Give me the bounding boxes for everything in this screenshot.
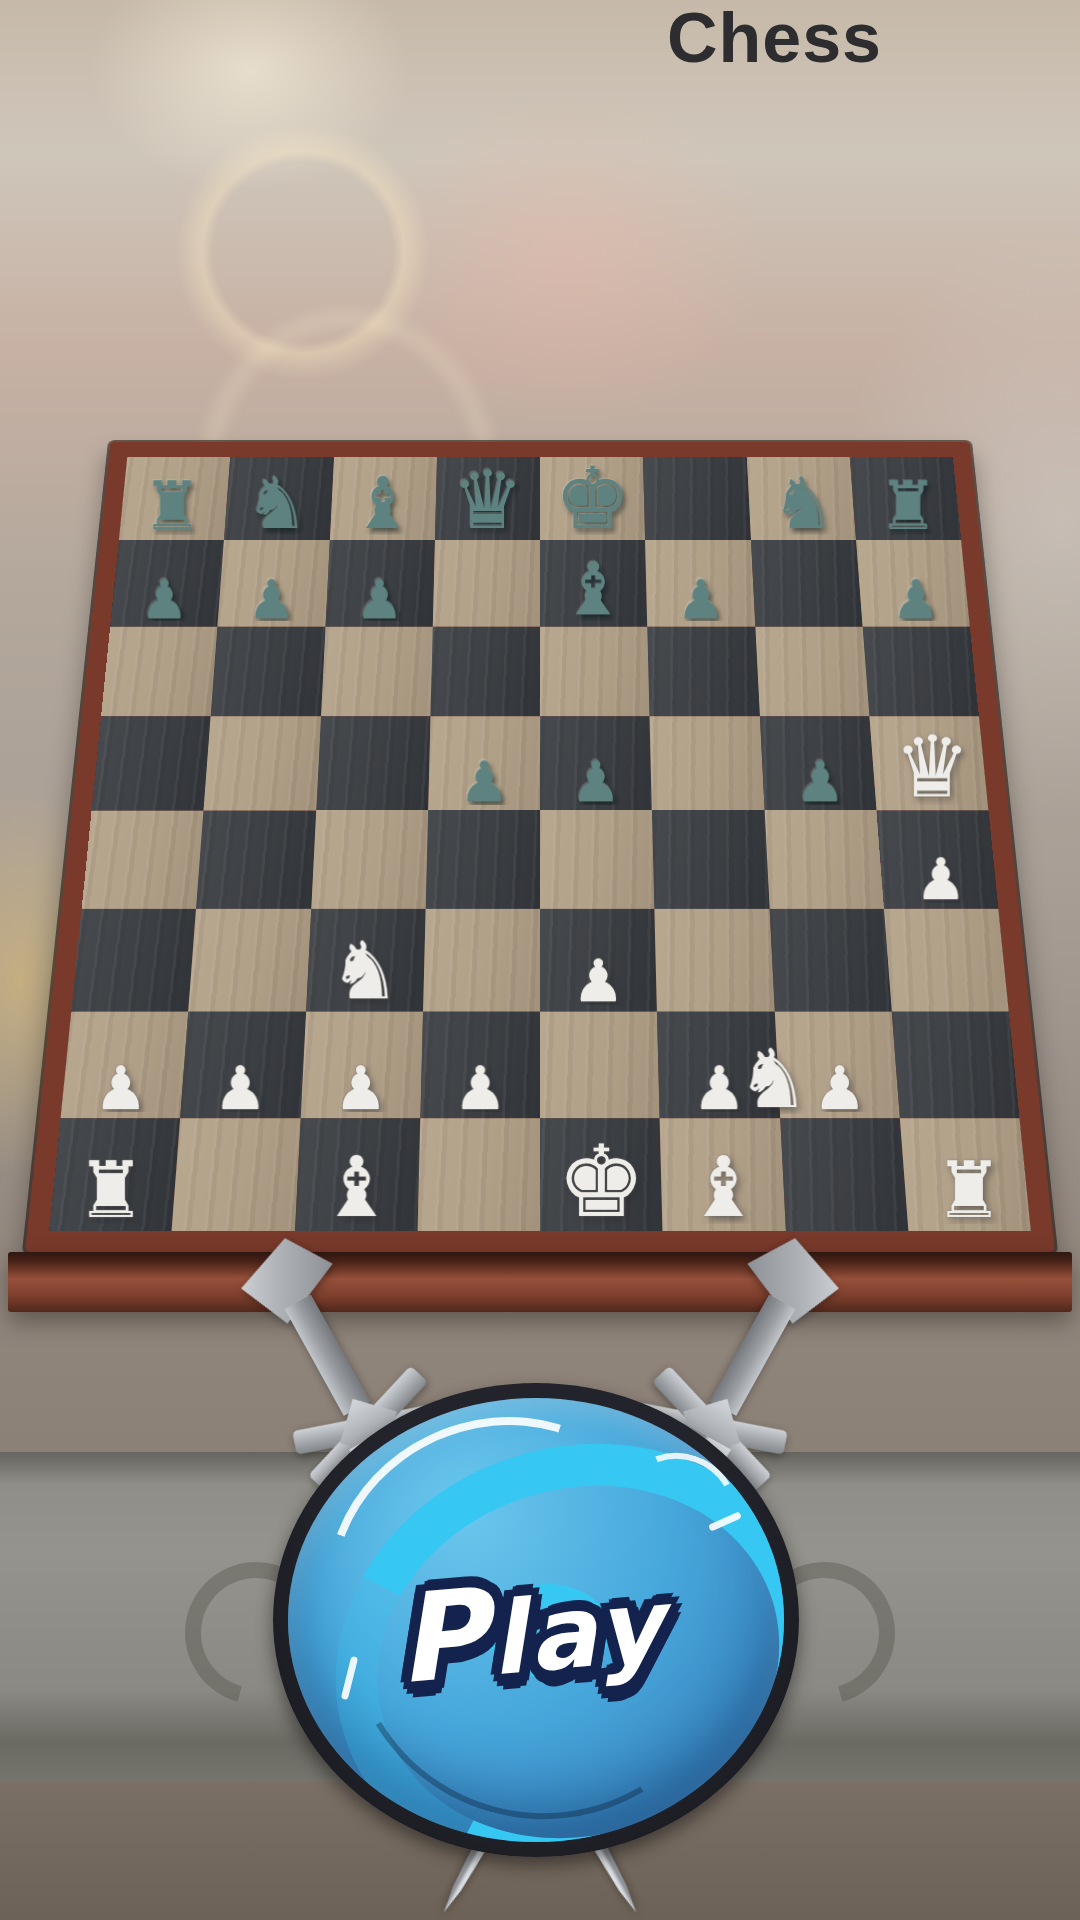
square-c7: ♟ bbox=[325, 540, 435, 626]
chess-board-grid: ♜♞♝♛♚♞♜♟♟♟♝♟♟♟♟♟♛♟♞♟♞♟♟♟♟♟♟♜♝♚♝♜ bbox=[49, 457, 1031, 1231]
square-a7: ♟ bbox=[110, 540, 224, 626]
square-c6 bbox=[321, 626, 433, 716]
square-e4 bbox=[540, 810, 655, 908]
square-e7: ♝ bbox=[540, 540, 647, 626]
app-title: Chess bbox=[667, 2, 882, 76]
square-f7: ♟ bbox=[645, 540, 755, 626]
square-h4: ♟ bbox=[876, 810, 998, 908]
chess-app-screen: Chess ♜♞♝♛♚♞♜♟♟♟♝♟♟♟♟♟♛♟♞♟♞♟♟♟♟♟♟♜♝♚♝♜ bbox=[0, 0, 1080, 1920]
white-pawn: ♟ bbox=[61, 1002, 181, 1119]
square-a6 bbox=[101, 626, 218, 716]
white-pawn: ♟ bbox=[779, 1002, 899, 1119]
square-g8: ♞ bbox=[746, 457, 855, 540]
black-knight: ♞ bbox=[225, 438, 330, 541]
square-e3: ♟ bbox=[540, 909, 657, 1012]
square-c4 bbox=[311, 810, 428, 908]
black-king: ♚ bbox=[540, 438, 645, 541]
black-knight: ♞ bbox=[750, 438, 855, 541]
square-d3 bbox=[423, 909, 540, 1012]
square-d4 bbox=[425, 810, 540, 908]
square-b1 bbox=[172, 1119, 300, 1231]
square-e8: ♚ bbox=[540, 457, 645, 540]
square-h3 bbox=[884, 909, 1009, 1012]
square-b5 bbox=[204, 716, 321, 810]
square-e5: ♟ bbox=[540, 716, 652, 810]
white-rook: ♜ bbox=[50, 1111, 173, 1231]
white-pawn: ♟ bbox=[883, 797, 997, 909]
square-f4 bbox=[652, 810, 769, 908]
square-b2: ♟ bbox=[180, 1011, 305, 1118]
square-b8: ♞ bbox=[224, 457, 333, 540]
square-d8: ♛ bbox=[435, 457, 540, 540]
black-queen: ♛ bbox=[435, 438, 540, 541]
square-b4 bbox=[196, 810, 316, 908]
white-knight: ♞ bbox=[306, 897, 423, 1012]
square-f1: ♝ bbox=[660, 1119, 786, 1231]
square-g4 bbox=[764, 810, 884, 908]
square-d5: ♟ bbox=[428, 716, 540, 810]
white-pawn: ♟ bbox=[660, 1002, 780, 1119]
black-bishop: ♝ bbox=[330, 438, 435, 541]
white-queen: ♛ bbox=[876, 702, 988, 812]
square-g6 bbox=[755, 626, 869, 716]
square-h5: ♛ bbox=[869, 716, 988, 810]
square-b7: ♟ bbox=[218, 540, 330, 626]
square-e1: ♚ bbox=[540, 1119, 663, 1231]
white-pawn: ♟ bbox=[540, 897, 657, 1012]
square-f6 bbox=[647, 626, 759, 716]
square-d2: ♟ bbox=[420, 1011, 540, 1118]
square-g3 bbox=[769, 909, 891, 1012]
square-d6 bbox=[430, 626, 540, 716]
white-pawn: ♟ bbox=[420, 1002, 540, 1119]
square-h1: ♜ bbox=[900, 1119, 1031, 1231]
square-c3: ♞ bbox=[306, 909, 426, 1012]
square-a5 bbox=[92, 716, 211, 810]
white-bishop: ♝ bbox=[663, 1111, 786, 1231]
square-a8: ♜ bbox=[119, 457, 231, 540]
white-king: ♚ bbox=[540, 1111, 663, 1231]
square-f3: ♞ bbox=[655, 909, 775, 1012]
square-d7 bbox=[433, 540, 540, 626]
square-d1 bbox=[417, 1119, 540, 1231]
white-pawn: ♟ bbox=[181, 1002, 301, 1119]
square-c2: ♟ bbox=[300, 1011, 423, 1118]
square-g1 bbox=[780, 1119, 908, 1231]
black-pawn: ♟ bbox=[764, 702, 876, 812]
square-b3 bbox=[188, 909, 310, 1012]
board-front-edge bbox=[8, 1252, 1072, 1312]
chess-board: ♜♞♝♛♚♞♜♟♟♟♝♟♟♟♟♟♛♟♞♟♞♟♟♟♟♟♟♜♝♚♝♜ bbox=[25, 442, 1055, 1252]
square-b6 bbox=[211, 626, 325, 716]
white-rook: ♜ bbox=[908, 1111, 1031, 1231]
square-h8: ♜ bbox=[850, 457, 962, 540]
square-a3 bbox=[71, 909, 196, 1012]
play-button[interactable]: Play bbox=[273, 1383, 799, 1857]
square-c8: ♝ bbox=[329, 457, 436, 540]
black-rook: ♜ bbox=[855, 438, 960, 541]
square-e6 bbox=[540, 626, 650, 716]
square-e2 bbox=[540, 1011, 660, 1118]
square-f8 bbox=[643, 457, 750, 540]
square-c5 bbox=[316, 716, 430, 810]
square-a4 bbox=[82, 810, 204, 908]
square-h2 bbox=[892, 1011, 1020, 1118]
square-g7 bbox=[751, 540, 863, 626]
white-bishop: ♝ bbox=[295, 1111, 418, 1231]
square-c1: ♝ bbox=[295, 1119, 421, 1231]
square-a2: ♟ bbox=[60, 1011, 188, 1118]
black-pawn: ♟ bbox=[540, 702, 652, 812]
black-pawn: ♟ bbox=[428, 702, 540, 812]
square-f5 bbox=[650, 716, 764, 810]
square-g5: ♟ bbox=[759, 716, 876, 810]
square-h6 bbox=[862, 626, 979, 716]
square-f2: ♟ bbox=[657, 1011, 780, 1118]
square-h7: ♟ bbox=[856, 540, 970, 626]
square-a1: ♜ bbox=[49, 1119, 180, 1231]
square-g2: ♟ bbox=[774, 1011, 899, 1118]
play-button-label: Play bbox=[390, 1547, 671, 1712]
black-rook: ♜ bbox=[119, 438, 224, 541]
white-pawn: ♟ bbox=[301, 1002, 421, 1119]
